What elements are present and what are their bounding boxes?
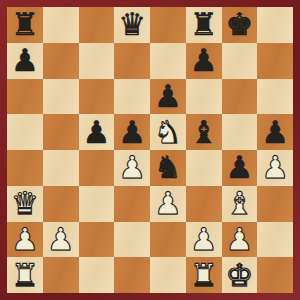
- piece-black-pawn[interactable]: ♟: [225, 150, 253, 185]
- piece-black-rook[interactable]: ♜: [190, 7, 218, 42]
- square-d8[interactable]: ♛: [114, 7, 150, 43]
- piece-white-knight[interactable]: ♞: [154, 115, 182, 150]
- piece-black-pawn[interactable]: ♟: [154, 79, 182, 114]
- square-e1[interactable]: [150, 257, 186, 293]
- square-f8[interactable]: ♜: [186, 7, 222, 43]
- square-a7[interactable]: ♟: [7, 43, 43, 79]
- piece-black-knight[interactable]: ♞: [154, 150, 182, 185]
- piece-black-bishop[interactable]: ♝: [190, 115, 218, 150]
- square-f3[interactable]: [186, 186, 222, 222]
- piece-white-bishop[interactable]: ♝: [225, 186, 253, 221]
- square-g7[interactable]: [222, 43, 258, 79]
- piece-white-pawn[interactable]: ♟: [261, 150, 289, 185]
- square-a4[interactable]: [7, 150, 43, 186]
- square-a1[interactable]: ♜: [7, 257, 43, 293]
- square-e5[interactable]: ♞: [150, 114, 186, 150]
- piece-black-pawn[interactable]: ♟: [11, 43, 39, 78]
- piece-white-pawn[interactable]: ♟: [225, 222, 253, 257]
- square-e3[interactable]: ♟: [150, 186, 186, 222]
- square-b3[interactable]: [43, 186, 79, 222]
- square-h1[interactable]: [257, 257, 293, 293]
- square-h3[interactable]: [257, 186, 293, 222]
- square-d7[interactable]: [114, 43, 150, 79]
- square-g6[interactable]: [222, 79, 258, 115]
- square-b8[interactable]: [43, 7, 79, 43]
- square-d6[interactable]: [114, 79, 150, 115]
- piece-black-queen[interactable]: ♛: [118, 7, 146, 42]
- square-f2[interactable]: ♟: [186, 222, 222, 258]
- square-a2[interactable]: ♟: [7, 222, 43, 258]
- square-g4[interactable]: ♟: [222, 150, 258, 186]
- square-f1[interactable]: ♜: [186, 257, 222, 293]
- square-f6[interactable]: [186, 79, 222, 115]
- piece-white-pawn[interactable]: ♟: [154, 186, 182, 221]
- square-a8[interactable]: ♜: [7, 7, 43, 43]
- square-f7[interactable]: ♟: [186, 43, 222, 79]
- square-d1[interactable]: [114, 257, 150, 293]
- square-d2[interactable]: [114, 222, 150, 258]
- square-b6[interactable]: [43, 79, 79, 115]
- square-g5[interactable]: [222, 114, 258, 150]
- piece-black-king[interactable]: ♚: [225, 7, 253, 42]
- square-h6[interactable]: [257, 79, 293, 115]
- chess-board: ♜♛♜♚♟♟♟♟♟♞♝♟♟♞♟♟♛♟♝♟♟♟♟♜♜♚: [7, 7, 293, 293]
- square-g8[interactable]: ♚: [222, 7, 258, 43]
- square-h2[interactable]: [257, 222, 293, 258]
- square-c6[interactable]: [79, 79, 115, 115]
- piece-white-pawn[interactable]: ♟: [11, 222, 39, 257]
- square-b4[interactable]: [43, 150, 79, 186]
- square-g3[interactable]: ♝: [222, 186, 258, 222]
- square-e6[interactable]: ♟: [150, 79, 186, 115]
- square-e2[interactable]: [150, 222, 186, 258]
- square-h8[interactable]: [257, 7, 293, 43]
- square-a3[interactable]: ♛: [7, 186, 43, 222]
- square-h4[interactable]: ♟: [257, 150, 293, 186]
- board-frame: ♜♛♜♚♟♟♟♟♟♞♝♟♟♞♟♟♛♟♝♟♟♟♟♜♜♚: [0, 0, 300, 300]
- square-h7[interactable]: [257, 43, 293, 79]
- piece-white-rook[interactable]: ♜: [190, 258, 218, 293]
- square-d3[interactable]: [114, 186, 150, 222]
- piece-black-pawn[interactable]: ♟: [118, 115, 146, 150]
- square-c1[interactable]: [79, 257, 115, 293]
- square-b2[interactable]: ♟: [43, 222, 79, 258]
- square-e7[interactable]: [150, 43, 186, 79]
- square-b7[interactable]: [43, 43, 79, 79]
- square-c8[interactable]: [79, 7, 115, 43]
- square-e8[interactable]: [150, 7, 186, 43]
- square-f5[interactable]: ♝: [186, 114, 222, 150]
- square-g2[interactable]: ♟: [222, 222, 258, 258]
- square-h5[interactable]: ♟: [257, 114, 293, 150]
- piece-white-king[interactable]: ♚: [225, 258, 253, 293]
- piece-white-pawn[interactable]: ♟: [47, 222, 75, 257]
- square-c3[interactable]: [79, 186, 115, 222]
- square-b5[interactable]: [43, 114, 79, 150]
- piece-white-pawn[interactable]: ♟: [190, 222, 218, 257]
- piece-white-pawn[interactable]: ♟: [118, 150, 146, 185]
- square-a5[interactable]: [7, 114, 43, 150]
- piece-white-rook[interactable]: ♜: [11, 258, 39, 293]
- piece-white-queen[interactable]: ♛: [11, 186, 39, 221]
- square-b1[interactable]: [43, 257, 79, 293]
- square-c2[interactable]: [79, 222, 115, 258]
- piece-black-pawn[interactable]: ♟: [82, 115, 110, 150]
- piece-black-rook[interactable]: ♜: [11, 7, 39, 42]
- square-f4[interactable]: [186, 150, 222, 186]
- square-e4[interactable]: ♞: [150, 150, 186, 186]
- square-c5[interactable]: ♟: [79, 114, 115, 150]
- piece-black-pawn[interactable]: ♟: [261, 115, 289, 150]
- square-c4[interactable]: [79, 150, 115, 186]
- piece-black-pawn[interactable]: ♟: [190, 43, 218, 78]
- square-a6[interactable]: [7, 79, 43, 115]
- square-d5[interactable]: ♟: [114, 114, 150, 150]
- square-c7[interactable]: [79, 43, 115, 79]
- square-d4[interactable]: ♟: [114, 150, 150, 186]
- square-g1[interactable]: ♚: [222, 257, 258, 293]
